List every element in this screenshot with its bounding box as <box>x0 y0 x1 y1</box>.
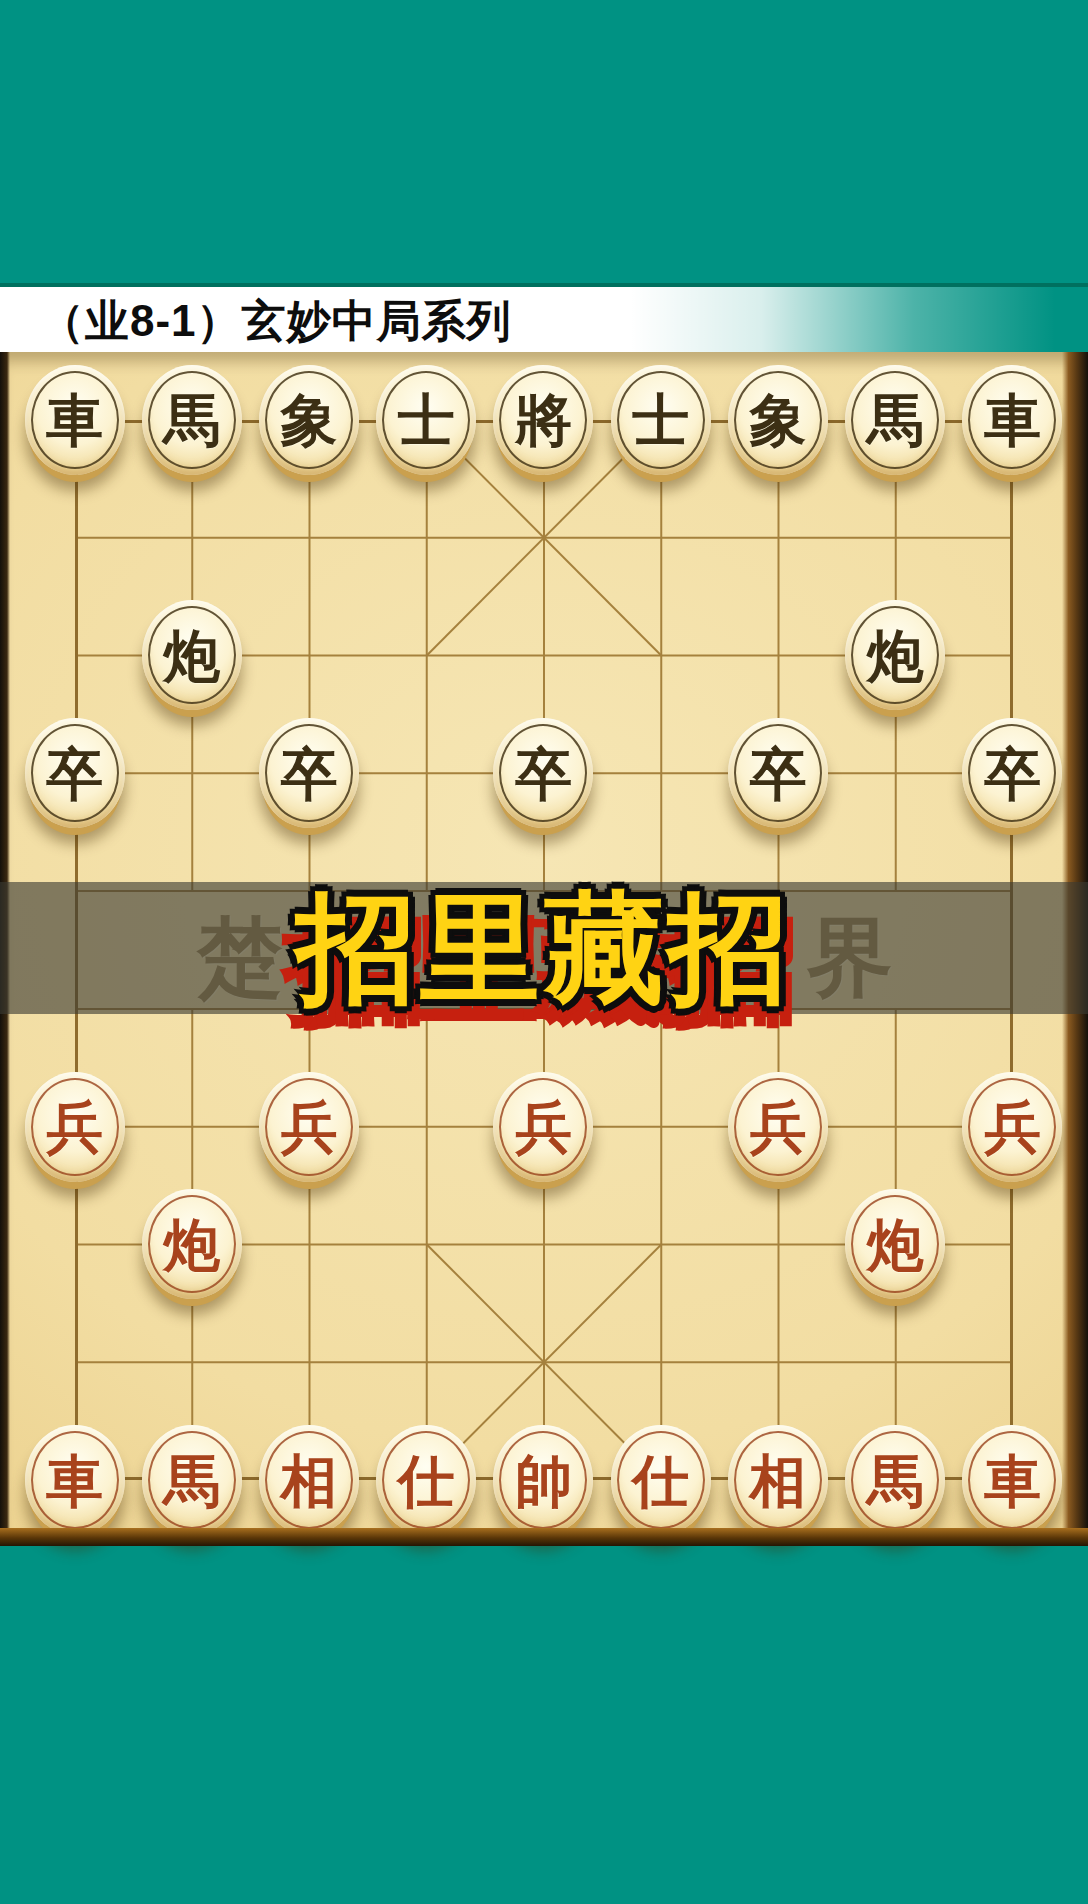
piece-character: 炮 <box>867 627 924 684</box>
piece-red-兵[interactable]: 兵 <box>493 1072 593 1182</box>
piece-red-兵[interactable]: 兵 <box>259 1072 359 1182</box>
piece-black-士[interactable]: 士 <box>376 365 476 475</box>
piece-character: 仕 <box>632 1452 689 1509</box>
title-bar: （业8-1）玄妙中局系列 <box>0 283 1088 356</box>
piece-red-仕[interactable]: 仕 <box>611 1425 711 1535</box>
piece-character: 卒 <box>281 745 338 802</box>
caption-banner: 招里藏招 <box>0 882 1088 1014</box>
piece-character: 馬 <box>867 1452 924 1509</box>
piece-character: 兵 <box>515 1098 572 1155</box>
piece-character: 卒 <box>749 745 806 802</box>
caption-text: 招里藏招 <box>296 888 792 1008</box>
piece-black-卒[interactable]: 卒 <box>728 718 828 828</box>
piece-character: 兵 <box>46 1098 103 1155</box>
piece-red-仕[interactable]: 仕 <box>376 1425 476 1535</box>
piece-character: 士 <box>398 391 455 448</box>
piece-black-象[interactable]: 象 <box>259 365 359 475</box>
piece-character: 車 <box>984 1452 1041 1509</box>
piece-character: 卒 <box>515 745 572 802</box>
piece-black-卒[interactable]: 卒 <box>25 718 125 828</box>
piece-character: 象 <box>749 391 806 448</box>
piece-black-卒[interactable]: 卒 <box>962 718 1062 828</box>
piece-character: 車 <box>984 391 1041 448</box>
piece-red-炮[interactable]: 炮 <box>142 1189 242 1299</box>
piece-black-馬[interactable]: 馬 <box>142 365 242 475</box>
piece-red-帥[interactable]: 帥 <box>493 1425 593 1535</box>
piece-character: 將 <box>515 391 572 448</box>
piece-character: 馬 <box>867 391 924 448</box>
piece-character: 帥 <box>515 1452 572 1509</box>
piece-character: 馬 <box>163 1452 220 1509</box>
piece-red-兵[interactable]: 兵 <box>962 1072 1062 1182</box>
piece-black-卒[interactable]: 卒 <box>493 718 593 828</box>
screen: （业8-1）玄妙中局系列 楚 界 車馬象士將士象馬車炮炮卒卒卒卒卒兵兵兵兵兵炮炮… <box>0 0 1088 1904</box>
piece-black-車[interactable]: 車 <box>962 365 1062 475</box>
piece-black-士[interactable]: 士 <box>611 365 711 475</box>
piece-red-馬[interactable]: 馬 <box>845 1425 945 1535</box>
piece-black-炮[interactable]: 炮 <box>845 600 945 710</box>
piece-red-兵[interactable]: 兵 <box>728 1072 828 1182</box>
piece-character: 卒 <box>46 745 103 802</box>
piece-character: 相 <box>749 1452 806 1509</box>
piece-red-相[interactable]: 相 <box>259 1425 359 1535</box>
piece-red-車[interactable]: 車 <box>25 1425 125 1535</box>
piece-black-卒[interactable]: 卒 <box>259 718 359 828</box>
piece-character: 炮 <box>163 1216 220 1273</box>
piece-character: 炮 <box>163 627 220 684</box>
piece-black-炮[interactable]: 炮 <box>142 600 242 710</box>
page-title: （业8-1）玄妙中局系列 <box>0 292 512 351</box>
piece-black-將[interactable]: 將 <box>493 365 593 475</box>
piece-character: 仕 <box>398 1452 455 1509</box>
piece-red-馬[interactable]: 馬 <box>142 1425 242 1535</box>
piece-black-象[interactable]: 象 <box>728 365 828 475</box>
piece-character: 兵 <box>749 1098 806 1155</box>
piece-red-車[interactable]: 車 <box>962 1425 1062 1535</box>
piece-character: 相 <box>281 1452 338 1509</box>
piece-character: 象 <box>281 391 338 448</box>
piece-red-相[interactable]: 相 <box>728 1425 828 1535</box>
piece-character: 士 <box>632 391 689 448</box>
piece-character: 車 <box>46 391 103 448</box>
piece-character: 炮 <box>867 1216 924 1273</box>
board-edge-bottom <box>0 1528 1088 1546</box>
piece-black-馬[interactable]: 馬 <box>845 365 945 475</box>
piece-character: 車 <box>46 1452 103 1509</box>
piece-character: 卒 <box>984 745 1041 802</box>
piece-red-兵[interactable]: 兵 <box>25 1072 125 1182</box>
piece-red-炮[interactable]: 炮 <box>845 1189 945 1299</box>
piece-black-車[interactable]: 車 <box>25 365 125 475</box>
piece-character: 馬 <box>163 391 220 448</box>
piece-character: 兵 <box>281 1098 338 1155</box>
piece-character: 兵 <box>984 1098 1041 1155</box>
